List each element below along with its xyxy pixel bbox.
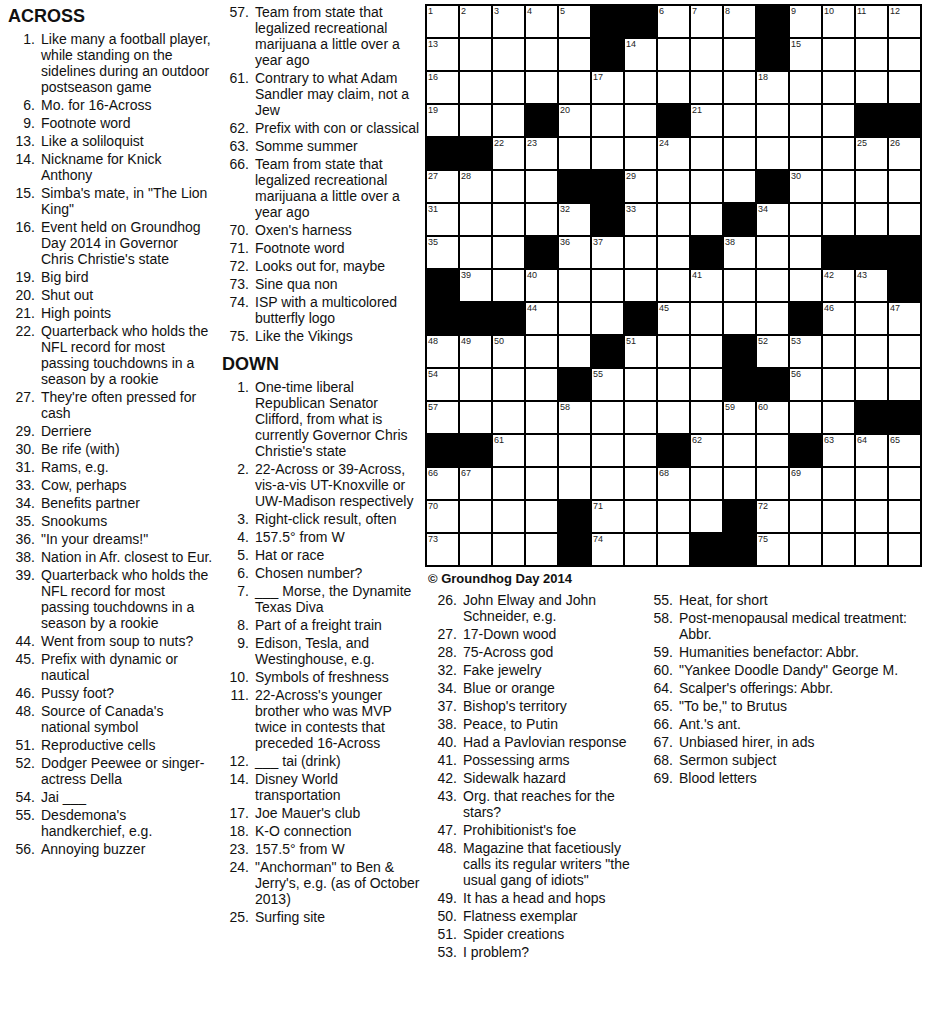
grid-cell[interactable] [592,402,623,433]
clue-row: 32.Fake jewelry [430,662,644,678]
grid-cell[interactable] [790,270,821,301]
grid-cell[interactable]: 21 [691,105,722,136]
grid-cell[interactable] [493,237,524,268]
grid-cell[interactable] [493,369,524,400]
clue-number: 1. [8,31,35,95]
clue-text: 22-Across's younger brother who was MVP … [255,687,427,751]
grid-cell[interactable] [790,204,821,235]
grid-cell[interactable]: 17 [592,72,623,103]
grid-cell[interactable] [856,72,887,103]
grid-cell[interactable] [691,336,722,367]
clue-row: 6.Mo. for 16-Across [8,97,214,113]
grid-cell[interactable]: 31 [427,204,458,235]
grid-cell[interactable]: 44 [526,303,557,334]
grid-cell[interactable]: 35 [427,237,458,268]
cell-number: 71 [593,501,603,511]
clue-row: 28.75-Across god [430,644,644,660]
grid-cell[interactable] [823,534,854,565]
clue-row: 59.Humanities benefactor: Abbr. [646,644,934,660]
grid-cell[interactable] [691,402,722,433]
cell-number: 14 [626,39,636,49]
grid-block-cell [724,204,755,235]
grid-cell[interactable] [724,105,755,136]
grid-cell[interactable] [493,501,524,532]
grid-cell[interactable] [889,336,920,367]
grid-cell[interactable] [460,72,491,103]
grid-cell[interactable] [526,435,557,466]
clue-text: Event held on Groundhog Day 2014 in Gove… [41,219,214,267]
grid-cell[interactable] [460,534,491,565]
grid-cell[interactable] [790,105,821,136]
grid-cell[interactable] [526,336,557,367]
clue-number: 43. [430,788,457,820]
grid-cell[interactable] [823,39,854,70]
grid-cell[interactable]: 8 [724,6,755,37]
grid-cell[interactable]: 66 [427,468,458,499]
grid-cell[interactable] [493,72,524,103]
cell-number: 30 [791,171,801,181]
clue-text: Part of a freight train [255,617,427,633]
grid-cell[interactable] [526,204,557,235]
grid-cell[interactable] [460,39,491,70]
clue-number: 48. [430,840,457,888]
cell-number: 60 [758,402,768,412]
grid-cell[interactable]: 13 [427,39,458,70]
cell-number: 66 [428,468,438,478]
clue-number: 50. [430,908,457,924]
clue-number: 57. [222,4,249,68]
grid-cell[interactable] [592,105,623,136]
down-clue-list-part2: 26.John Elway and John Schneider, e.g.27… [430,592,644,960]
clue-row: 15.Simba's mate, in "The Lion King" [8,185,214,217]
grid-cell[interactable]: 51 [625,336,656,367]
grid-cell[interactable]: 4 [526,6,557,37]
grid-cell[interactable] [889,501,920,532]
grid-cell[interactable]: 41 [691,270,722,301]
grid-cell[interactable] [559,303,590,334]
grid-cell[interactable] [724,138,755,169]
grid-cell[interactable] [658,171,689,202]
clue-number: 49. [430,890,457,906]
grid-cell[interactable] [559,435,590,466]
grid-cell[interactable]: 18 [757,72,788,103]
grid-cell[interactable] [889,204,920,235]
grid-cell[interactable]: 68 [658,468,689,499]
grid-cell[interactable] [856,303,887,334]
clue-number: 6. [8,97,35,113]
grid-cell[interactable]: 56 [790,369,821,400]
grid-block-cell [625,6,656,37]
grid-cell[interactable] [889,39,920,70]
grid-cell[interactable] [460,402,491,433]
grid-cell[interactable]: 36 [559,237,590,268]
clue-number: 55. [646,592,673,608]
grid-cell[interactable]: 28 [460,171,491,202]
clue-number: 63. [222,138,249,154]
grid-cell[interactable] [889,369,920,400]
grid-cell[interactable] [493,468,524,499]
grid-cell[interactable] [658,270,689,301]
grid-cell[interactable]: 30 [790,171,821,202]
grid-cell[interactable] [493,534,524,565]
grid-cell[interactable] [856,468,887,499]
grid-cell[interactable]: 50 [493,336,524,367]
grid-cell[interactable]: 25 [856,138,887,169]
grid-cell[interactable] [625,402,656,433]
clue-text: It has a head and hops [463,890,644,906]
grid-cell[interactable]: 22 [493,138,524,169]
crossword-grid: 1234567891011121314151617181920212223242… [425,4,922,567]
grid-cell[interactable]: 23 [526,138,557,169]
grid-cell[interactable] [790,501,821,532]
grid-cell[interactable]: 73 [427,534,458,565]
grid-cell[interactable] [658,501,689,532]
grid-cell[interactable]: 1 [427,6,458,37]
grid-cell[interactable] [460,237,491,268]
grid-cell[interactable]: 46 [823,303,854,334]
clue-text: Right-click result, often [255,511,427,527]
grid-cell[interactable] [757,237,788,268]
grid-cell[interactable]: 75 [757,534,788,565]
grid-cell[interactable] [460,105,491,136]
clue-number: 23. [222,841,249,857]
grid-cell[interactable]: 12 [889,6,920,37]
grid-cell[interactable] [724,270,755,301]
grid-cell[interactable]: 43 [856,270,887,301]
grid-cell[interactable] [526,39,557,70]
clue-row: 48.Magazine that facetiously calls its r… [430,840,644,888]
grid-cell[interactable]: 24 [658,138,689,169]
grid-cell[interactable]: 72 [757,501,788,532]
grid-cell[interactable]: 60 [757,402,788,433]
grid-cell[interactable] [526,369,557,400]
grid-cell[interactable] [691,501,722,532]
grid-cell[interactable] [823,72,854,103]
clue-column-1: ACROSS 1.Like many a football player, wh… [8,4,214,859]
grid-cell[interactable] [460,501,491,532]
cell-number: 59 [725,402,735,412]
grid-cell[interactable] [757,468,788,499]
grid-cell[interactable]: 14 [625,39,656,70]
grid-cell[interactable]: 48 [427,336,458,367]
grid-cell[interactable] [625,369,656,400]
grid-cell[interactable] [823,402,854,433]
clue-row: 57.Team from state that legalized recrea… [222,4,427,68]
grid-cell[interactable] [526,534,557,565]
cell-number: 65 [890,435,900,445]
grid-cell[interactable] [559,468,590,499]
grid-cell[interactable] [823,468,854,499]
grid-cell[interactable] [856,501,887,532]
clue-text: "Anchorman" to Ben & Jerry's, e.g. (as o… [255,859,427,907]
grid-cell[interactable] [658,534,689,565]
grid-cell[interactable]: 54 [427,369,458,400]
grid-cell[interactable]: 37 [592,237,623,268]
grid-cell[interactable] [757,105,788,136]
grid-cell[interactable] [625,105,656,136]
grid-cell[interactable] [460,204,491,235]
grid-cell[interactable] [856,534,887,565]
cell-number: 54 [428,369,438,379]
grid-cell[interactable]: 61 [493,435,524,466]
grid-cell[interactable]: 2 [460,6,491,37]
grid-cell[interactable] [526,72,557,103]
grid-cell[interactable] [724,72,755,103]
clue-number: 14. [222,771,249,803]
clue-number: 26. [430,592,457,624]
grid-cell[interactable] [856,336,887,367]
grid-cell[interactable] [823,369,854,400]
grid-cell[interactable]: 16 [427,72,458,103]
grid-cell[interactable]: 67 [460,468,491,499]
grid-cell[interactable]: 53 [790,336,821,367]
grid-cell[interactable] [691,171,722,202]
grid-cell[interactable]: 7 [691,6,722,37]
clue-number: 38. [430,716,457,732]
grid-cell[interactable] [790,138,821,169]
grid-cell[interactable]: 29 [625,171,656,202]
clue-text: Pussy foot? [41,685,214,701]
grid-cell[interactable]: 5 [559,6,590,37]
grid-cell[interactable] [625,237,656,268]
grid-cell[interactable]: 64 [856,435,887,466]
clue-column-3: 26.John Elway and John Schneider, e.g.27… [430,592,644,962]
grid-cell[interactable] [724,303,755,334]
grid-cell[interactable]: 47 [889,303,920,334]
grid-cell[interactable] [592,435,623,466]
grid-cell[interactable] [823,501,854,532]
clue-number: 29. [8,423,35,439]
across-header: ACROSS [8,6,214,27]
clue-row: 4.157.5° from W [222,529,427,545]
grid-cell[interactable] [889,468,920,499]
grid-cell[interactable]: 57 [427,402,458,433]
clue-row: 63.Somme summer [222,138,427,154]
clue-number: 18. [222,823,249,839]
grid-cell[interactable] [790,72,821,103]
grid-cell[interactable]: 38 [724,237,755,268]
cell-number: 4 [527,6,532,16]
grid-cell[interactable]: 15 [790,39,821,70]
grid-cell[interactable] [493,204,524,235]
grid-cell[interactable]: 42 [823,270,854,301]
clue-row: 44.Went from soup to nuts? [8,633,214,649]
grid-cell[interactable] [658,336,689,367]
grid-cell[interactable]: 63 [823,435,854,466]
clue-row: 14.Disney World transportation [222,771,427,803]
grid-cell[interactable] [658,72,689,103]
clue-number: 74. [222,294,249,326]
clue-number: 27. [430,626,457,642]
clue-row: 42.Sidewalk hazard [430,770,644,786]
grid-cell[interactable] [856,204,887,235]
grid-cell[interactable]: 6 [658,6,689,37]
grid-cell[interactable] [559,270,590,301]
grid-cell[interactable] [526,468,557,499]
clue-number: 69. [646,770,673,786]
clue-text: Chosen number? [255,565,427,581]
grid-cell[interactable] [724,171,755,202]
grid-cell[interactable] [823,336,854,367]
grid-cell[interactable]: 52 [757,336,788,367]
grid-cell[interactable] [823,204,854,235]
clue-text: Dodger Peewee or singer-actress Della [41,755,214,787]
grid-cell[interactable] [493,270,524,301]
grid-cell[interactable] [757,435,788,466]
grid-cell[interactable] [757,270,788,301]
grid-cell[interactable]: 26 [889,138,920,169]
clue-number: 40. [430,734,457,750]
grid-cell[interactable] [493,39,524,70]
clue-number: 46. [8,685,35,701]
grid-cell[interactable] [889,72,920,103]
grid-cell[interactable] [658,402,689,433]
grid-cell[interactable] [559,336,590,367]
grid-cell[interactable]: 33 [625,204,656,235]
grid-cell[interactable]: 40 [526,270,557,301]
clue-row: 13.Like a soliloquist [8,133,214,149]
grid-cell[interactable] [790,534,821,565]
grid-cell[interactable] [658,237,689,268]
grid-block-cell [427,138,458,169]
grid-cell[interactable] [559,39,590,70]
grid-cell[interactable]: 59 [724,402,755,433]
cell-number: 61 [494,435,504,445]
grid-cell[interactable]: 10 [823,6,854,37]
cell-number: 34 [758,204,768,214]
grid-cell[interactable] [691,369,722,400]
grid-cell[interactable]: 58 [559,402,590,433]
grid-cell[interactable] [856,369,887,400]
grid-cell[interactable] [493,402,524,433]
cell-number: 57 [428,402,438,412]
grid-block-cell [559,534,590,565]
grid-cell[interactable]: 55 [592,369,623,400]
grid-cell[interactable] [526,501,557,532]
grid-cell[interactable] [658,369,689,400]
grid-cell[interactable] [493,105,524,136]
grid-cell[interactable] [592,303,623,334]
grid-cell[interactable] [625,138,656,169]
grid-cell[interactable]: 39 [460,270,491,301]
grid-cell[interactable] [691,72,722,103]
cell-number: 20 [560,105,570,115]
clue-text: Nation in Afr. closest to Eur. [41,549,214,565]
grid-cell[interactable] [856,39,887,70]
clue-row: 37.Bishop's territory [430,698,644,714]
grid-cell[interactable] [724,39,755,70]
grid-cell[interactable]: 34 [757,204,788,235]
grid-cell[interactable]: 19 [427,105,458,136]
grid-cell[interactable]: 20 [559,105,590,136]
clue-number: 3. [222,511,249,527]
grid-cell[interactable] [691,204,722,235]
grid-cell[interactable]: 3 [493,6,524,37]
cell-number: 45 [659,303,669,313]
clue-text: ___ Morse, the Dynamite Texas Diva [255,583,427,615]
grid-cell[interactable] [757,138,788,169]
grid-cell[interactable] [691,303,722,334]
grid-cell[interactable] [526,171,557,202]
clue-text: Scalper's offerings: Abbr. [679,680,934,696]
grid-cell[interactable] [691,468,722,499]
grid-cell[interactable] [658,204,689,235]
grid-cell[interactable]: 11 [856,6,887,37]
grid-cell[interactable]: 49 [460,336,491,367]
clue-number: 47. [430,822,457,838]
grid-cell[interactable] [823,138,854,169]
grid-cell[interactable] [460,369,491,400]
grid-cell[interactable] [889,534,920,565]
grid-cell[interactable] [625,501,656,532]
grid-cell[interactable] [493,171,524,202]
down-header: DOWN [222,354,427,375]
grid-cell[interactable] [790,402,821,433]
clue-row: 20.Shut out [8,287,214,303]
grid-cell[interactable]: 9 [790,6,821,37]
clue-text: They're often pressed for cash [41,389,214,421]
grid-cell[interactable] [724,435,755,466]
grid-cell[interactable]: 69 [790,468,821,499]
grid-cell[interactable] [724,468,755,499]
grid-cell[interactable]: 65 [889,435,920,466]
cell-number: 56 [791,369,801,379]
clue-text: K-O connection [255,823,427,839]
grid-cell[interactable] [691,39,722,70]
grid-cell[interactable]: 27 [427,171,458,202]
grid-cell[interactable] [592,138,623,169]
clue-number: 72. [222,258,249,274]
cell-number: 43 [857,270,867,280]
grid-cell[interactable] [559,138,590,169]
grid-cell[interactable] [658,39,689,70]
grid-cell[interactable]: 32 [559,204,590,235]
clue-number: 73. [222,276,249,292]
clue-row: 43.Org. that reaches for the stars? [430,788,644,820]
clue-number: 2. [222,461,249,509]
grid-cell[interactable]: 70 [427,501,458,532]
grid-cell[interactable] [790,237,821,268]
clue-number: 45. [8,651,35,683]
grid-cell[interactable] [691,138,722,169]
clue-number: 14. [8,151,35,183]
grid-cell[interactable]: 45 [658,303,689,334]
cell-number: 32 [560,204,570,214]
grid-cell[interactable] [625,534,656,565]
grid-cell[interactable]: 62 [691,435,722,466]
grid-cell[interactable] [856,171,887,202]
cell-number: 41 [692,270,702,280]
grid-cell[interactable] [889,171,920,202]
grid-cell[interactable] [823,105,854,136]
grid-cell[interactable] [592,270,623,301]
grid-cell[interactable] [757,303,788,334]
cell-number: 36 [560,237,570,247]
grid-cell[interactable] [625,435,656,466]
grid-cell[interactable]: 74 [592,534,623,565]
grid-block-cell [559,369,590,400]
clue-text: Sidewalk hazard [463,770,644,786]
cell-number: 28 [461,171,471,181]
grid-cell[interactable] [625,270,656,301]
grid-cell[interactable]: 71 [592,501,623,532]
grid-cell[interactable] [526,402,557,433]
grid-cell[interactable] [823,171,854,202]
grid-cell[interactable] [592,468,623,499]
grid-cell[interactable] [625,468,656,499]
grid-cell[interactable] [559,72,590,103]
grid-cell[interactable] [625,72,656,103]
